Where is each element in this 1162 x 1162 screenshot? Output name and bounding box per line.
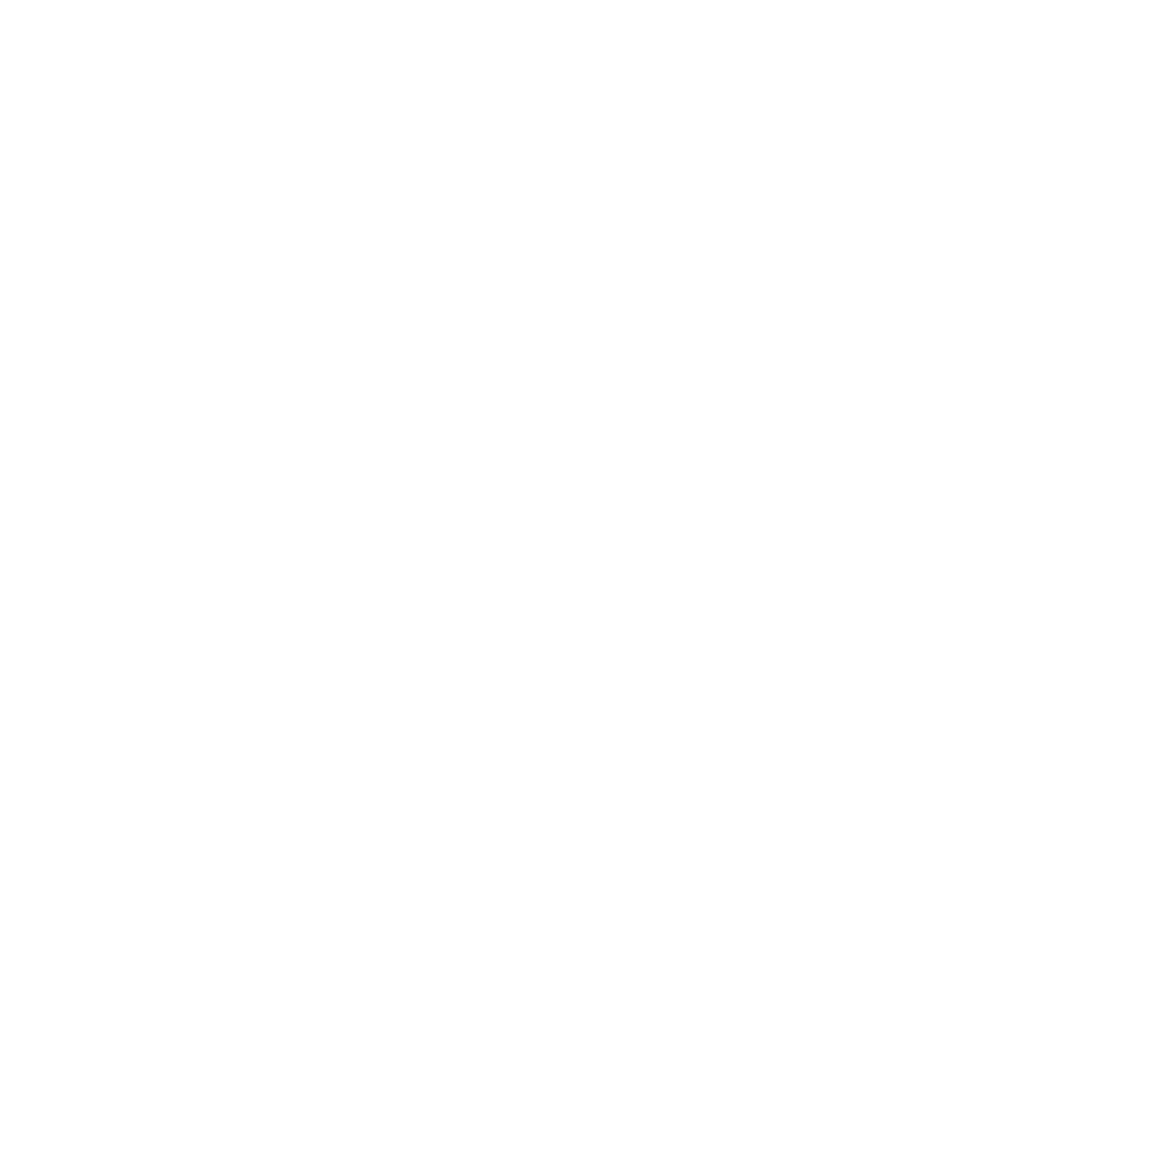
product-photo — [0, 0, 1162, 1162]
box-illustration — [0, 0, 1162, 1162]
